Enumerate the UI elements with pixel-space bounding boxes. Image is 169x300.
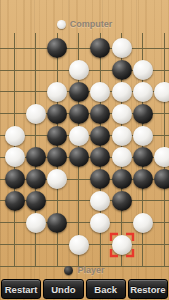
stone-white [133,60,153,80]
stone-white [154,82,169,102]
black-stone-icon [64,266,73,275]
stone-black [133,104,153,124]
stone-white [69,60,89,80]
stone-white [154,147,169,167]
stone-black [26,191,46,211]
stone-black [90,147,110,167]
stone-black [90,104,110,124]
stone-white [5,147,25,167]
stone-black [90,38,110,58]
stone-white [112,82,132,102]
stone-white [90,213,110,233]
stone-black [26,147,46,167]
stone-white [69,235,89,255]
stone-white [112,147,132,167]
stone-white [90,191,110,211]
stone-white [26,104,46,124]
stone-black [90,126,110,146]
stone-black [154,169,169,189]
undo-button[interactable]: Undo [43,279,83,299]
stone-black [47,38,67,58]
stone-white [112,126,132,146]
stone-black [5,191,25,211]
stone-black [69,82,89,102]
stone-white [133,82,153,102]
human-player-label: Player [0,265,169,275]
stone-black [112,191,132,211]
stone-white [47,169,67,189]
stone-white [112,104,132,124]
restore-button[interactable]: Restore [128,279,168,299]
stone-black [69,147,89,167]
stone-white [26,213,46,233]
stone-black [90,169,110,189]
stone-white [90,82,110,102]
computer-player-label: Computer [0,19,169,29]
stone-white [47,82,67,102]
stone-black [47,213,67,233]
stone-white [5,126,25,146]
stone-black [112,60,132,80]
stone-black [47,126,67,146]
stone-black [47,104,67,124]
player-label-text: Player [77,265,104,275]
stone-white [133,213,153,233]
stone-white [133,126,153,146]
stone-white [69,126,89,146]
restart-button[interactable]: Restart [1,279,41,299]
stone-black [133,147,153,167]
game-screen: Computer Player Restart Undo Back Restor… [0,0,169,300]
bottom-button-bar: Restart Undo Back Restore [1,279,168,299]
back-button[interactable]: Back [86,279,126,299]
computer-label-text: Computer [70,19,113,29]
stone-black [69,104,89,124]
stone-white [112,38,132,58]
stone-black [47,147,67,167]
stone-black [26,169,46,189]
stone-black [112,169,132,189]
stone-black [5,169,25,189]
stone-black [133,169,153,189]
stone-white [112,235,132,255]
gomoku-board[interactable] [0,33,169,267]
white-stone-icon [57,20,66,29]
